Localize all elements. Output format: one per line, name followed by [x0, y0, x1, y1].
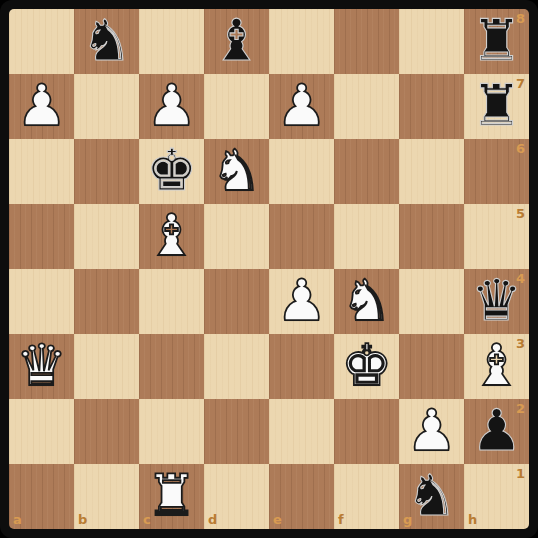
square-b1[interactable]: b [74, 464, 139, 529]
square-a7[interactable]: ♟ [9, 74, 74, 139]
square-f2[interactable] [334, 399, 399, 464]
rank-label-5: 5 [516, 207, 525, 220]
file-label-b: b [78, 513, 87, 526]
square-g7[interactable] [399, 74, 464, 139]
square-d8[interactable]: ♝ [204, 9, 269, 74]
piece-white-pawn-c7[interactable]: ♟ [139, 74, 204, 139]
piece-white-pawn-e4[interactable]: ♟ [269, 269, 334, 334]
square-e1[interactable]: e [269, 464, 334, 529]
square-b7[interactable] [74, 74, 139, 139]
square-a4[interactable] [9, 269, 74, 334]
square-a6[interactable] [9, 139, 74, 204]
file-label-h: h [468, 513, 477, 526]
square-b2[interactable] [74, 399, 139, 464]
square-c1[interactable]: c♜ [139, 464, 204, 529]
square-d5[interactable] [204, 204, 269, 269]
piece-black-king-c6[interactable]: ♚ [139, 139, 204, 204]
square-g1[interactable]: g♞ [399, 464, 464, 529]
square-b3[interactable] [74, 334, 139, 399]
piece-white-knight-d6[interactable]: ♞ [204, 139, 269, 204]
file-label-d: d [208, 513, 217, 526]
square-c6[interactable]: ♚ [139, 139, 204, 204]
square-f8[interactable] [334, 9, 399, 74]
piece-white-rook-c1[interactable]: ♜ [139, 464, 204, 529]
square-b4[interactable] [74, 269, 139, 334]
piece-white-pawn-e7[interactable]: ♟ [269, 74, 334, 139]
square-f4[interactable]: ♞ [334, 269, 399, 334]
board-frame: ♞♝8♜♟♟♟7♜♚♞6♝5♟♞4♛♛♚3♝♟2♟abc♜defg♞1h [0, 0, 538, 538]
piece-black-knight-b8[interactable]: ♞ [74, 9, 139, 74]
square-c7[interactable]: ♟ [139, 74, 204, 139]
piece-black-rook-h7[interactable]: ♜ [464, 74, 529, 139]
square-c5[interactable]: ♝ [139, 204, 204, 269]
square-d7[interactable] [204, 74, 269, 139]
square-a2[interactable] [9, 399, 74, 464]
square-d3[interactable] [204, 334, 269, 399]
square-h7[interactable]: 7♜ [464, 74, 529, 139]
square-b6[interactable] [74, 139, 139, 204]
square-g2[interactable]: ♟ [399, 399, 464, 464]
square-b5[interactable] [74, 204, 139, 269]
square-f1[interactable]: f [334, 464, 399, 529]
square-h3[interactable]: 3♝ [464, 334, 529, 399]
square-e7[interactable]: ♟ [269, 74, 334, 139]
square-f7[interactable] [334, 74, 399, 139]
piece-white-pawn-a7[interactable]: ♟ [9, 74, 74, 139]
square-e2[interactable] [269, 399, 334, 464]
square-e8[interactable] [269, 9, 334, 74]
square-d6[interactable]: ♞ [204, 139, 269, 204]
piece-white-knight-f4[interactable]: ♞ [334, 269, 399, 334]
square-e4[interactable]: ♟ [269, 269, 334, 334]
square-g3[interactable] [399, 334, 464, 399]
rank-label-6: 6 [516, 142, 525, 155]
piece-white-bishop-c5[interactable]: ♝ [139, 204, 204, 269]
square-d4[interactable] [204, 269, 269, 334]
square-a8[interactable] [9, 9, 74, 74]
square-e3[interactable] [269, 334, 334, 399]
piece-white-king-f3[interactable]: ♚ [334, 334, 399, 399]
piece-black-rook-h8[interactable]: ♜ [464, 9, 529, 74]
square-e5[interactable] [269, 204, 334, 269]
square-g5[interactable] [399, 204, 464, 269]
square-a5[interactable] [9, 204, 74, 269]
square-h2[interactable]: 2♟ [464, 399, 529, 464]
file-label-a: a [13, 513, 22, 526]
file-label-e: e [273, 513, 282, 526]
square-c2[interactable] [139, 399, 204, 464]
piece-white-bishop-h3[interactable]: ♝ [464, 334, 529, 399]
square-h5[interactable]: 5 [464, 204, 529, 269]
piece-black-knight-g1[interactable]: ♞ [399, 464, 464, 529]
square-h4[interactable]: 4♛ [464, 269, 529, 334]
piece-black-pawn-h2[interactable]: ♟ [464, 399, 529, 464]
rank-label-1: 1 [516, 467, 525, 480]
square-c8[interactable] [139, 9, 204, 74]
square-h1[interactable]: 1h [464, 464, 529, 529]
square-g8[interactable] [399, 9, 464, 74]
file-label-f: f [338, 513, 344, 526]
square-f5[interactable] [334, 204, 399, 269]
piece-white-queen-a3[interactable]: ♛ [9, 334, 74, 399]
chess-board: ♞♝8♜♟♟♟7♜♚♞6♝5♟♞4♛♛♚3♝♟2♟abc♜defg♞1h [9, 9, 529, 529]
square-c4[interactable] [139, 269, 204, 334]
square-f3[interactable]: ♚ [334, 334, 399, 399]
square-a1[interactable]: a [9, 464, 74, 529]
square-d2[interactable] [204, 399, 269, 464]
square-h6[interactable]: 6 [464, 139, 529, 204]
square-d1[interactable]: d [204, 464, 269, 529]
square-b8[interactable]: ♞ [74, 9, 139, 74]
square-g6[interactable] [399, 139, 464, 204]
square-e6[interactable] [269, 139, 334, 204]
square-a3[interactable]: ♛ [9, 334, 74, 399]
square-f6[interactable] [334, 139, 399, 204]
square-c3[interactable] [139, 334, 204, 399]
square-h8[interactable]: 8♜ [464, 9, 529, 74]
piece-black-bishop-d8[interactable]: ♝ [204, 9, 269, 74]
piece-white-pawn-g2[interactable]: ♟ [399, 399, 464, 464]
square-g4[interactable] [399, 269, 464, 334]
piece-black-queen-h4[interactable]: ♛ [464, 269, 529, 334]
